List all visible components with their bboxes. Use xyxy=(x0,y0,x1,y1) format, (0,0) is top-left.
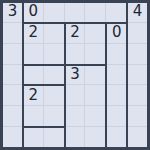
cell[interactable] xyxy=(106,2,127,23)
cell[interactable] xyxy=(85,106,106,127)
cell[interactable] xyxy=(2,2,23,23)
cell[interactable] xyxy=(23,44,44,65)
cell[interactable] xyxy=(106,44,127,65)
cell[interactable] xyxy=(106,106,127,127)
cell[interactable] xyxy=(2,106,23,127)
cell[interactable] xyxy=(2,85,23,106)
cell[interactable] xyxy=(23,2,44,23)
cell[interactable] xyxy=(23,106,44,127)
cell[interactable] xyxy=(44,23,65,44)
cell[interactable] xyxy=(85,85,106,106)
cell[interactable] xyxy=(23,65,44,86)
cell[interactable] xyxy=(65,106,86,127)
cell[interactable] xyxy=(44,2,65,23)
cell[interactable] xyxy=(106,85,127,106)
cell[interactable] xyxy=(44,44,65,65)
cell[interactable] xyxy=(65,23,86,44)
cell[interactable] xyxy=(85,23,106,44)
cell[interactable] xyxy=(127,127,148,148)
cell[interactable] xyxy=(106,23,127,44)
cell[interactable] xyxy=(2,65,23,86)
cell[interactable] xyxy=(65,127,86,148)
cell[interactable] xyxy=(127,2,148,23)
cell[interactable] xyxy=(85,65,106,86)
cell[interactable] xyxy=(65,85,86,106)
cell[interactable] xyxy=(44,85,65,106)
cell[interactable] xyxy=(85,2,106,23)
cell[interactable] xyxy=(65,65,86,86)
grid-cells xyxy=(2,2,148,148)
cell[interactable] xyxy=(106,65,127,86)
cell[interactable] xyxy=(44,106,65,127)
cell[interactable] xyxy=(65,2,86,23)
cell[interactable] xyxy=(106,127,127,148)
cell[interactable] xyxy=(23,23,44,44)
cell[interactable] xyxy=(127,65,148,86)
cell[interactable] xyxy=(2,23,23,44)
cell[interactable] xyxy=(85,44,106,65)
cell[interactable] xyxy=(44,127,65,148)
cell[interactable] xyxy=(23,127,44,148)
cell[interactable] xyxy=(2,44,23,65)
cell[interactable] xyxy=(127,44,148,65)
cell[interactable] xyxy=(23,85,44,106)
cell[interactable] xyxy=(85,127,106,148)
cell[interactable] xyxy=(65,44,86,65)
cell[interactable] xyxy=(127,23,148,44)
cell[interactable] xyxy=(127,85,148,106)
cell[interactable] xyxy=(44,65,65,86)
cell[interactable] xyxy=(2,127,23,148)
heyawake-board: 30422032 xyxy=(0,0,150,150)
cell[interactable] xyxy=(127,106,148,127)
